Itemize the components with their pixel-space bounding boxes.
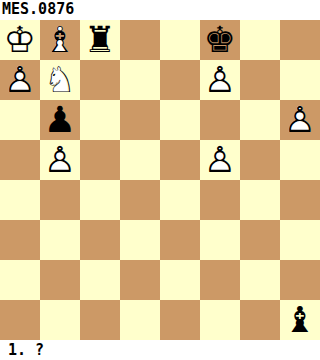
square-a6[interactable] bbox=[0, 100, 40, 140]
square-g3[interactable] bbox=[240, 220, 280, 260]
chess-diagram-window: MES.0876 ♚♔♝♗♜♚♟♙♞♘♟♙♟♟♙♟♙♟♙♝ 1. ? bbox=[0, 0, 320, 360]
white-pawn: ♟♙ bbox=[40, 140, 80, 180]
square-e3[interactable] bbox=[160, 220, 200, 260]
square-g5[interactable] bbox=[240, 140, 280, 180]
black-pawn: ♟ bbox=[40, 100, 80, 140]
square-e5[interactable] bbox=[160, 140, 200, 180]
square-c3[interactable] bbox=[80, 220, 120, 260]
white-pawn-outline: ♙ bbox=[280, 100, 320, 140]
square-b1[interactable] bbox=[40, 300, 80, 340]
square-d8[interactable] bbox=[120, 20, 160, 60]
square-g4[interactable] bbox=[240, 180, 280, 220]
white-king-outline: ♔ bbox=[0, 20, 40, 60]
square-c7[interactable] bbox=[80, 60, 120, 100]
square-e4[interactable] bbox=[160, 180, 200, 220]
square-f6[interactable] bbox=[200, 100, 240, 140]
square-c4[interactable] bbox=[80, 180, 120, 220]
white-pawn: ♟♙ bbox=[200, 60, 240, 100]
square-a3[interactable] bbox=[0, 220, 40, 260]
white-pawn: ♟♙ bbox=[280, 100, 320, 140]
square-g7[interactable] bbox=[240, 60, 280, 100]
square-d1[interactable] bbox=[120, 300, 160, 340]
square-a5[interactable] bbox=[0, 140, 40, 180]
square-h1[interactable]: ♝ bbox=[280, 300, 320, 340]
chess-board: ♚♔♝♗♜♚♟♙♞♘♟♙♟♟♙♟♙♟♙♝ bbox=[0, 20, 320, 340]
square-b8[interactable]: ♝♗ bbox=[40, 20, 80, 60]
square-e2[interactable] bbox=[160, 260, 200, 300]
square-d2[interactable] bbox=[120, 260, 160, 300]
square-b2[interactable] bbox=[40, 260, 80, 300]
square-b6[interactable]: ♟ bbox=[40, 100, 80, 140]
square-f7[interactable]: ♟♙ bbox=[200, 60, 240, 100]
square-c1[interactable] bbox=[80, 300, 120, 340]
square-f4[interactable] bbox=[200, 180, 240, 220]
square-e6[interactable] bbox=[160, 100, 200, 140]
square-c2[interactable] bbox=[80, 260, 120, 300]
white-pawn: ♟♙ bbox=[0, 60, 40, 100]
black-bishop-glyph: ♝ bbox=[280, 300, 320, 340]
square-h2[interactable] bbox=[280, 260, 320, 300]
square-f8[interactable]: ♚ bbox=[200, 20, 240, 60]
square-a2[interactable] bbox=[0, 260, 40, 300]
white-knight: ♞♘ bbox=[40, 60, 80, 100]
square-e8[interactable] bbox=[160, 20, 200, 60]
square-g2[interactable] bbox=[240, 260, 280, 300]
white-bishop: ♝♗ bbox=[40, 20, 80, 60]
square-h7[interactable] bbox=[280, 60, 320, 100]
black-king-glyph: ♚ bbox=[200, 20, 240, 60]
white-pawn-outline: ♙ bbox=[200, 60, 240, 100]
white-knight-outline: ♘ bbox=[40, 60, 80, 100]
white-pawn-outline: ♙ bbox=[40, 140, 80, 180]
black-king: ♚ bbox=[200, 20, 240, 60]
black-rook: ♜ bbox=[80, 20, 120, 60]
square-c8[interactable]: ♜ bbox=[80, 20, 120, 60]
square-h6[interactable]: ♟♙ bbox=[280, 100, 320, 140]
square-b4[interactable] bbox=[40, 180, 80, 220]
square-h8[interactable] bbox=[280, 20, 320, 60]
square-b7[interactable]: ♞♘ bbox=[40, 60, 80, 100]
square-a4[interactable] bbox=[0, 180, 40, 220]
square-a7[interactable]: ♟♙ bbox=[0, 60, 40, 100]
square-g1[interactable] bbox=[240, 300, 280, 340]
white-pawn-outline: ♙ bbox=[0, 60, 40, 100]
square-a1[interactable] bbox=[0, 300, 40, 340]
square-d5[interactable] bbox=[120, 140, 160, 180]
square-d7[interactable] bbox=[120, 60, 160, 100]
square-h5[interactable] bbox=[280, 140, 320, 180]
square-b3[interactable] bbox=[40, 220, 80, 260]
puzzle-id: MES.0876 bbox=[0, 0, 320, 20]
black-bishop: ♝ bbox=[280, 300, 320, 340]
square-f3[interactable] bbox=[200, 220, 240, 260]
square-g8[interactable] bbox=[240, 20, 280, 60]
square-g6[interactable] bbox=[240, 100, 280, 140]
black-pawn-glyph: ♟ bbox=[40, 100, 80, 140]
square-a8[interactable]: ♚♔ bbox=[0, 20, 40, 60]
black-rook-glyph: ♜ bbox=[80, 20, 120, 60]
square-e7[interactable] bbox=[160, 60, 200, 100]
square-f1[interactable] bbox=[200, 300, 240, 340]
white-pawn-outline: ♙ bbox=[200, 140, 240, 180]
move-prompt: 1. ? bbox=[0, 340, 320, 360]
square-f2[interactable] bbox=[200, 260, 240, 300]
square-b5[interactable]: ♟♙ bbox=[40, 140, 80, 180]
square-e1[interactable] bbox=[160, 300, 200, 340]
square-c5[interactable] bbox=[80, 140, 120, 180]
square-f5[interactable]: ♟♙ bbox=[200, 140, 240, 180]
square-d6[interactable] bbox=[120, 100, 160, 140]
white-pawn: ♟♙ bbox=[200, 140, 240, 180]
white-bishop-outline: ♗ bbox=[40, 20, 80, 60]
square-d3[interactable] bbox=[120, 220, 160, 260]
square-h4[interactable] bbox=[280, 180, 320, 220]
white-king: ♚♔ bbox=[0, 20, 40, 60]
square-c6[interactable] bbox=[80, 100, 120, 140]
square-d4[interactable] bbox=[120, 180, 160, 220]
square-h3[interactable] bbox=[280, 220, 320, 260]
